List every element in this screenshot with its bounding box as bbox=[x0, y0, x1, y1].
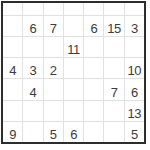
puzzle-board: 6761531143210476139565 bbox=[1, 1, 146, 144]
clue-number: 15 bbox=[107, 23, 120, 35]
cell-r4c4[interactable] bbox=[64, 58, 83, 78]
clue-number: 4 bbox=[9, 65, 16, 77]
cell-r5c7: 6 bbox=[125, 79, 144, 99]
clue-number: 10 bbox=[128, 65, 141, 77]
cell-r3c1[interactable] bbox=[3, 37, 22, 57]
cell-r2c7: 3 bbox=[125, 16, 144, 36]
cell-r4c1: 4 bbox=[3, 58, 22, 78]
clue-number: 3 bbox=[30, 65, 37, 77]
cell-r4c3: 2 bbox=[44, 58, 63, 78]
cell-r3c3[interactable] bbox=[44, 37, 63, 57]
cell-r6c1[interactable] bbox=[3, 101, 22, 121]
cell-r7c7: 5 bbox=[125, 122, 144, 142]
cell-r5c6: 7 bbox=[104, 79, 123, 99]
cell-r7c5[interactable] bbox=[84, 122, 103, 142]
clue-number: 6 bbox=[30, 23, 37, 35]
cell-r1c5[interactable] bbox=[84, 3, 103, 15]
clue-number: 5 bbox=[131, 129, 138, 141]
cell-r2c4[interactable] bbox=[64, 16, 83, 36]
cell-r5c3[interactable] bbox=[44, 79, 63, 99]
clue-number: 7 bbox=[50, 23, 57, 35]
cell-r4c7: 10 bbox=[125, 58, 144, 78]
cell-r1c1[interactable] bbox=[3, 3, 22, 15]
cell-r7c2[interactable] bbox=[23, 122, 42, 142]
cell-r6c2[interactable] bbox=[23, 101, 42, 121]
cell-r2c3: 7 bbox=[44, 16, 63, 36]
cell-r1c3[interactable] bbox=[44, 3, 63, 15]
cell-r3c4: 11 bbox=[64, 37, 83, 57]
clue-number: 6 bbox=[131, 87, 138, 99]
clue-number: 3 bbox=[131, 23, 138, 35]
cell-r1c7[interactable] bbox=[125, 3, 144, 15]
cell-r4c2: 3 bbox=[23, 58, 42, 78]
clue-number: 7 bbox=[111, 87, 118, 99]
clue-number: 6 bbox=[70, 129, 77, 141]
cell-r7c1: 9 bbox=[3, 122, 22, 142]
cell-r6c6[interactable] bbox=[104, 101, 123, 121]
cell-r2c6: 15 bbox=[104, 16, 123, 36]
cell-r5c2: 4 bbox=[23, 79, 42, 99]
cell-r3c5[interactable] bbox=[84, 37, 103, 57]
cell-r6c4[interactable] bbox=[64, 101, 83, 121]
cell-r2c2: 6 bbox=[23, 16, 42, 36]
clue-number: 4 bbox=[30, 87, 37, 99]
cell-r6c5[interactable] bbox=[84, 101, 103, 121]
cell-r7c3: 5 bbox=[44, 122, 63, 142]
cell-r5c1[interactable] bbox=[3, 79, 22, 99]
cell-r6c7: 13 bbox=[125, 101, 144, 121]
cell-r6c3[interactable] bbox=[44, 101, 63, 121]
cell-r1c6[interactable] bbox=[104, 3, 123, 15]
cell-r5c4[interactable] bbox=[64, 79, 83, 99]
clue-number: 2 bbox=[50, 65, 57, 77]
clue-number: 11 bbox=[67, 44, 80, 56]
cell-r3c7[interactable] bbox=[125, 37, 144, 57]
cell-r1c4[interactable] bbox=[64, 3, 83, 15]
cell-r4c6[interactable] bbox=[104, 58, 123, 78]
cell-r5c5[interactable] bbox=[84, 79, 103, 99]
clue-number: 6 bbox=[90, 23, 97, 35]
cell-r2c1[interactable] bbox=[3, 16, 22, 36]
cell-r3c2[interactable] bbox=[23, 37, 42, 57]
cell-r7c4: 6 bbox=[64, 122, 83, 142]
cell-r2c5: 6 bbox=[84, 16, 103, 36]
clue-number: 13 bbox=[128, 108, 141, 120]
cell-r1c2[interactable] bbox=[23, 3, 42, 15]
clue-number: 9 bbox=[9, 129, 16, 141]
cell-r3c6[interactable] bbox=[104, 37, 123, 57]
cell-r7c6[interactable] bbox=[104, 122, 123, 142]
cell-r4c5[interactable] bbox=[84, 58, 103, 78]
clue-number: 5 bbox=[50, 129, 57, 141]
